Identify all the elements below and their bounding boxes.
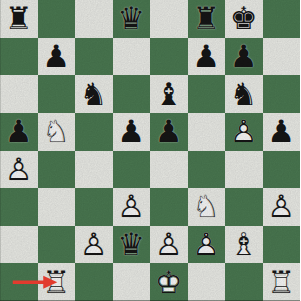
square-d4[interactable] bbox=[113, 151, 151, 189]
square-a1[interactable] bbox=[0, 263, 38, 301]
piece-black-pawn-g7[interactable]: ♟ bbox=[230, 41, 258, 72]
piece-white-pawn-a4[interactable]: ♟♙ bbox=[5, 154, 33, 185]
square-c2[interactable]: ♟♙ bbox=[75, 226, 113, 264]
square-f1[interactable] bbox=[188, 263, 226, 301]
square-b6[interactable] bbox=[38, 75, 76, 113]
square-d3[interactable]: ♟♙ bbox=[113, 188, 151, 226]
square-f4[interactable] bbox=[188, 151, 226, 189]
piece-black-queen-d2[interactable]: ♛ bbox=[117, 229, 145, 260]
square-b3[interactable] bbox=[38, 188, 76, 226]
square-h6[interactable] bbox=[263, 75, 301, 113]
square-a2[interactable] bbox=[0, 226, 38, 264]
chess-board-container: ♜♛♜♚♟♟♟♞♝♞♟♞♘♟♟♟♙♟♟♙♟♙♞♘♟♙♟♙♛♟♙♟♙♝♗♜♖♚♔♜… bbox=[0, 0, 300, 301]
square-h3[interactable]: ♟♙ bbox=[263, 188, 301, 226]
square-f3[interactable]: ♞♘ bbox=[188, 188, 226, 226]
square-e2[interactable]: ♟♙ bbox=[150, 226, 188, 264]
piece-black-knight-g6[interactable]: ♞ bbox=[230, 79, 258, 110]
square-b2[interactable] bbox=[38, 226, 76, 264]
square-f2[interactable]: ♟♙ bbox=[188, 226, 226, 264]
piece-black-rook-f8[interactable]: ♜ bbox=[192, 3, 220, 34]
piece-white-king-e1[interactable]: ♚♔ bbox=[155, 267, 183, 298]
piece-black-pawn-b7[interactable]: ♟ bbox=[42, 41, 70, 72]
square-e5[interactable]: ♟ bbox=[150, 113, 188, 151]
piece-white-knight-f3[interactable]: ♞♘ bbox=[192, 191, 220, 222]
piece-black-queen-d8[interactable]: ♛ bbox=[117, 3, 145, 34]
square-h7[interactable] bbox=[263, 38, 301, 76]
square-d2[interactable]: ♛ bbox=[113, 226, 151, 264]
square-a7[interactable] bbox=[0, 38, 38, 76]
square-b8[interactable] bbox=[38, 0, 76, 38]
square-f8[interactable]: ♜ bbox=[188, 0, 226, 38]
square-h5[interactable]: ♟ bbox=[263, 113, 301, 151]
piece-white-bishop-g2[interactable]: ♝♗ bbox=[230, 229, 258, 260]
square-d8[interactable]: ♛ bbox=[113, 0, 151, 38]
square-c7[interactable] bbox=[75, 38, 113, 76]
square-g1[interactable] bbox=[225, 263, 263, 301]
piece-black-knight-c6[interactable]: ♞ bbox=[80, 79, 108, 110]
square-f7[interactable]: ♟ bbox=[188, 38, 226, 76]
square-d6[interactable] bbox=[113, 75, 151, 113]
square-h1[interactable]: ♜♖ bbox=[263, 263, 301, 301]
square-a6[interactable] bbox=[0, 75, 38, 113]
square-g7[interactable]: ♟ bbox=[225, 38, 263, 76]
piece-white-rook-b1[interactable]: ♜♖ bbox=[42, 267, 70, 298]
square-e4[interactable] bbox=[150, 151, 188, 189]
square-d7[interactable] bbox=[113, 38, 151, 76]
square-b7[interactable]: ♟ bbox=[38, 38, 76, 76]
square-e1[interactable]: ♚♔ bbox=[150, 263, 188, 301]
piece-white-pawn-f2[interactable]: ♟♙ bbox=[192, 229, 220, 260]
square-b4[interactable] bbox=[38, 151, 76, 189]
square-c3[interactable] bbox=[75, 188, 113, 226]
piece-black-pawn-e5[interactable]: ♟ bbox=[155, 116, 183, 147]
square-a3[interactable] bbox=[0, 188, 38, 226]
piece-white-rook-h1[interactable]: ♜♖ bbox=[267, 267, 295, 298]
square-a4[interactable]: ♟♙ bbox=[0, 151, 38, 189]
square-d5[interactable]: ♟ bbox=[113, 113, 151, 151]
piece-black-rook-a8[interactable]: ♜ bbox=[5, 3, 33, 34]
piece-white-pawn-g5[interactable]: ♟♙ bbox=[230, 116, 258, 147]
square-c6[interactable]: ♞ bbox=[75, 75, 113, 113]
square-g4[interactable] bbox=[225, 151, 263, 189]
piece-white-pawn-h3[interactable]: ♟♙ bbox=[267, 191, 295, 222]
square-f6[interactable] bbox=[188, 75, 226, 113]
piece-black-pawn-a5[interactable]: ♟ bbox=[5, 116, 33, 147]
piece-black-pawn-h5[interactable]: ♟ bbox=[267, 116, 295, 147]
square-c8[interactable] bbox=[75, 0, 113, 38]
square-c1[interactable] bbox=[75, 263, 113, 301]
square-h4[interactable] bbox=[263, 151, 301, 189]
square-g5[interactable]: ♟♙ bbox=[225, 113, 263, 151]
chess-board: ♜♛♜♚♟♟♟♞♝♞♟♞♘♟♟♟♙♟♟♙♟♙♞♘♟♙♟♙♛♟♙♟♙♝♗♜♖♚♔♜… bbox=[0, 0, 300, 301]
piece-black-pawn-d5[interactable]: ♟ bbox=[117, 116, 145, 147]
piece-white-pawn-c2[interactable]: ♟♙ bbox=[80, 229, 108, 260]
square-g8[interactable]: ♚ bbox=[225, 0, 263, 38]
square-h2[interactable] bbox=[263, 226, 301, 264]
piece-white-pawn-d3[interactable]: ♟♙ bbox=[117, 191, 145, 222]
square-a5[interactable]: ♟ bbox=[0, 113, 38, 151]
square-h8[interactable] bbox=[263, 0, 301, 38]
square-f5[interactable] bbox=[188, 113, 226, 151]
piece-white-pawn-e2[interactable]: ♟♙ bbox=[155, 229, 183, 260]
square-e8[interactable] bbox=[150, 0, 188, 38]
square-g3[interactable] bbox=[225, 188, 263, 226]
piece-black-bishop-e6[interactable]: ♝ bbox=[155, 79, 183, 110]
square-e7[interactable] bbox=[150, 38, 188, 76]
square-c4[interactable] bbox=[75, 151, 113, 189]
square-g6[interactable]: ♞ bbox=[225, 75, 263, 113]
square-b5[interactable]: ♞♘ bbox=[38, 113, 76, 151]
square-g2[interactable]: ♝♗ bbox=[225, 226, 263, 264]
square-b1[interactable]: ♜♖ bbox=[38, 263, 76, 301]
square-e6[interactable]: ♝ bbox=[150, 75, 188, 113]
square-a8[interactable]: ♜ bbox=[0, 0, 38, 38]
square-d1[interactable] bbox=[113, 263, 151, 301]
piece-black-king-g8[interactable]: ♚ bbox=[230, 3, 258, 34]
square-c5[interactable] bbox=[75, 113, 113, 151]
piece-white-knight-b5[interactable]: ♞♘ bbox=[42, 116, 70, 147]
square-e3[interactable] bbox=[150, 188, 188, 226]
piece-black-pawn-f7[interactable]: ♟ bbox=[192, 41, 220, 72]
